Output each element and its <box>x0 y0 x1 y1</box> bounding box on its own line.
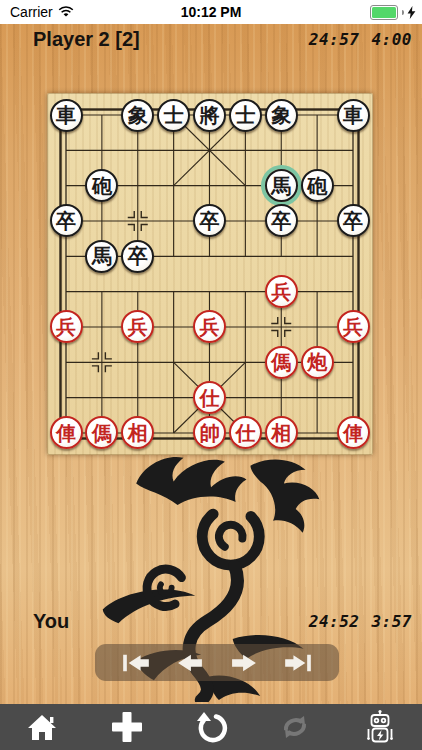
xiangqi-board[interactable]: 車象士將士象車砲馬砲卒卒卒卒馬卒兵兵兵兵兵傌炮仕俥傌相帥仕相俥 <box>47 93 373 455</box>
red-piece-兵-0,6[interactable]: 兵 <box>50 310 83 343</box>
status-bar: Carrier 10:12 PM <box>0 0 422 24</box>
opponent-clocks: 24:57 4:00 <box>309 30 412 49</box>
battery-icon <box>370 5 398 20</box>
black-piece-象-2,0[interactable]: 象 <box>121 99 154 132</box>
black-piece-象-6,0[interactable]: 象 <box>265 99 298 132</box>
new-game-button[interactable] <box>105 707 149 747</box>
plus-icon <box>110 710 144 744</box>
you-main-time: 24:52 <box>309 612 360 631</box>
undo-icon <box>194 711 228 743</box>
engine-button[interactable] <box>358 707 402 747</box>
move-navigation-bar <box>95 644 339 681</box>
black-piece-卒-8,3[interactable]: 卒 <box>337 204 370 237</box>
black-piece-卒-0,3[interactable]: 卒 <box>50 204 83 237</box>
red-piece-傌-6,7[interactable]: 傌 <box>265 346 298 379</box>
red-piece-仕-4,8[interactable]: 仕 <box>193 381 226 414</box>
red-piece-俥-0,9[interactable]: 俥 <box>50 416 83 449</box>
next-move-icon <box>229 652 259 674</box>
previous-move-icon <box>175 652 205 674</box>
opponent-name: Player 2 [2] <box>33 28 140 51</box>
you-clocks: 24:52 3:57 <box>309 612 412 631</box>
bottom-toolbar <box>0 704 422 750</box>
black-piece-士-3,0[interactable]: 士 <box>157 99 190 132</box>
robot-icon <box>363 709 397 745</box>
you-name: You <box>33 610 69 633</box>
last-move-button[interactable] <box>281 650 315 676</box>
sync-icon <box>278 712 312 742</box>
opponent-move-time: 4:00 <box>371 30 412 49</box>
you-move-time: 3:57 <box>371 612 412 631</box>
first-move-button[interactable] <box>119 650 153 676</box>
home-icon <box>26 712 58 742</box>
red-piece-俥-8,9[interactable]: 俥 <box>337 416 370 449</box>
red-piece-兵-8,6[interactable]: 兵 <box>337 310 370 343</box>
first-move-icon <box>121 652 151 674</box>
black-piece-車-8,0[interactable]: 車 <box>337 99 370 132</box>
black-piece-砲-7,2[interactable]: 砲 <box>301 169 334 202</box>
black-piece-卒-2,4[interactable]: 卒 <box>121 240 154 273</box>
opponent-main-time: 24:57 <box>309 30 360 49</box>
black-piece-馬-1,4[interactable]: 馬 <box>85 240 118 273</box>
charging-bolt-icon <box>407 6 416 19</box>
next-move-button[interactable] <box>227 650 261 676</box>
previous-move-button[interactable] <box>173 650 207 676</box>
undo-button[interactable] <box>189 707 233 747</box>
sync-button[interactable] <box>273 707 317 747</box>
last-move-icon <box>283 652 313 674</box>
black-piece-車-0,0[interactable]: 車 <box>50 99 83 132</box>
black-piece-將-4,0[interactable]: 將 <box>193 99 226 132</box>
home-button[interactable] <box>20 707 64 747</box>
black-piece-馬-6,2[interactable]: 馬 <box>265 169 298 202</box>
red-piece-兵-6,5[interactable]: 兵 <box>265 275 298 308</box>
black-piece-士-5,0[interactable]: 士 <box>229 99 262 132</box>
red-piece-炮-7,7[interactable]: 炮 <box>301 346 334 379</box>
clock: 10:12 PM <box>0 4 422 20</box>
